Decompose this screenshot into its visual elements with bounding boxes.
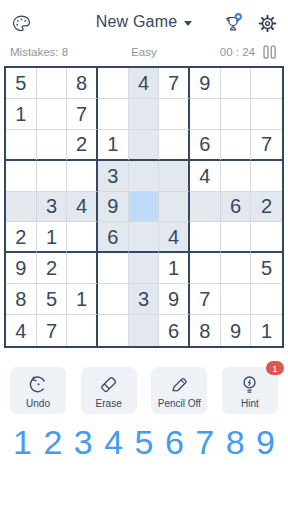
- cell-r4c7[interactable]: 4: [190, 161, 221, 192]
- cell-r8c1[interactable]: 8: [6, 284, 37, 315]
- cell-r1c1[interactable]: 5: [6, 68, 37, 99]
- cell-r9c5[interactable]: [129, 315, 160, 346]
- cell-r1c8[interactable]: [221, 68, 252, 99]
- cell-r2c2[interactable]: [37, 99, 68, 130]
- cell-r3c7[interactable]: 6: [190, 130, 221, 161]
- cell-r7c8[interactable]: [221, 253, 252, 284]
- header: New Game: [0, 0, 288, 36]
- cell-r4c4[interactable]: 3: [98, 161, 129, 192]
- cell-r8c7[interactable]: 7: [190, 284, 221, 315]
- cell-r1c7[interactable]: 9: [190, 68, 221, 99]
- cell-r4c9[interactable]: [251, 161, 282, 192]
- cell-r5c9[interactable]: 2: [251, 192, 282, 223]
- cell-r7c9[interactable]: 5: [251, 253, 282, 284]
- cell-r2c9[interactable]: [251, 99, 282, 130]
- cell-r8c3[interactable]: 1: [67, 284, 98, 315]
- lightbulb-icon: [238, 373, 261, 396]
- hint-badge: 1: [266, 361, 284, 375]
- numpad-1[interactable]: 1: [13, 425, 32, 459]
- cell-r9c6[interactable]: 6: [159, 315, 190, 346]
- cell-r8c5[interactable]: 3: [129, 284, 160, 315]
- page-title: New Game: [96, 13, 178, 31]
- cell-r6c5[interactable]: [129, 222, 160, 253]
- timer-label: 00 : 24: [220, 46, 255, 58]
- numpad-4[interactable]: 4: [104, 425, 123, 459]
- cell-r7c6[interactable]: 1: [159, 253, 190, 284]
- numpad-5[interactable]: 5: [135, 425, 154, 459]
- cell-r6c8[interactable]: [221, 222, 252, 253]
- cell-r3c6[interactable]: [159, 130, 190, 161]
- cell-r2c3[interactable]: 7: [67, 99, 98, 130]
- cell-r6c4[interactable]: 6: [98, 222, 129, 253]
- cell-r2c6[interactable]: [159, 99, 190, 130]
- pencil-label: Pencil Off: [158, 398, 201, 409]
- cell-r5c4[interactable]: 9: [98, 192, 129, 223]
- cell-r1c2[interactable]: [37, 68, 68, 99]
- cell-r4c5[interactable]: [129, 161, 160, 192]
- cell-r3c2[interactable]: [37, 130, 68, 161]
- erase-label: Erase: [96, 398, 122, 409]
- undo-button[interactable]: Undo: [10, 367, 66, 414]
- erase-button[interactable]: Erase: [81, 367, 137, 414]
- cell-r9c3[interactable]: [67, 315, 98, 346]
- cell-r1c6[interactable]: 7: [159, 68, 190, 99]
- pencil-toggle-button[interactable]: Pencil Off: [151, 367, 207, 414]
- cell-r9c1[interactable]: 4: [6, 315, 37, 346]
- cell-r6c6[interactable]: 4: [159, 222, 190, 253]
- cell-r3c9[interactable]: 7: [251, 130, 282, 161]
- cell-r9c9[interactable]: 1: [251, 315, 282, 346]
- cell-r7c3[interactable]: [67, 253, 98, 284]
- trophy-icon[interactable]: [222, 12, 244, 34]
- cell-r3c1[interactable]: [6, 130, 37, 161]
- cell-r4c3[interactable]: [67, 161, 98, 192]
- cell-r1c4[interactable]: [98, 68, 129, 99]
- cell-r7c4[interactable]: [98, 253, 129, 284]
- cell-r7c1[interactable]: 9: [6, 253, 37, 284]
- hint-button[interactable]: 1 Hint: [222, 367, 278, 414]
- cell-r2c8[interactable]: [221, 99, 252, 130]
- cell-r4c1[interactable]: [6, 161, 37, 192]
- cell-r9c2[interactable]: 7: [37, 315, 68, 346]
- cell-r5c6[interactable]: [159, 192, 190, 223]
- hint-label: Hint: [241, 398, 259, 409]
- sudoku-board: 58479172167343496221649215851397476891: [4, 66, 284, 348]
- cell-r6c3[interactable]: [67, 222, 98, 253]
- toolbar: Undo Erase Pencil Off 1: [0, 367, 288, 414]
- eraser-icon: [97, 373, 120, 396]
- numpad-2[interactable]: 2: [43, 425, 62, 459]
- cell-r6c7[interactable]: [190, 222, 221, 253]
- cell-r2c1[interactable]: 1: [6, 99, 37, 130]
- pencil-icon: [168, 373, 191, 396]
- undo-icon: [27, 373, 50, 396]
- cell-r4c2[interactable]: [37, 161, 68, 192]
- numpad-7[interactable]: 7: [195, 425, 214, 459]
- palette-icon[interactable]: [10, 12, 32, 34]
- cell-r3c4[interactable]: 1: [98, 130, 129, 161]
- cell-r9c8[interactable]: 9: [221, 315, 252, 346]
- cell-r7c7[interactable]: [190, 253, 221, 284]
- cell-r6c2[interactable]: 1: [37, 222, 68, 253]
- cell-r3c5[interactable]: [129, 130, 160, 161]
- numpad-9[interactable]: 9: [256, 425, 275, 459]
- cell-r3c8[interactable]: [221, 130, 252, 161]
- cell-r4c6[interactable]: [159, 161, 190, 192]
- cell-r8c4[interactable]: [98, 284, 129, 315]
- cell-r8c8[interactable]: [221, 284, 252, 315]
- cell-r7c5[interactable]: [129, 253, 160, 284]
- mistakes-label: Mistakes: 8: [10, 46, 68, 58]
- cell-r5c7[interactable]: [190, 192, 221, 223]
- cell-r1c9[interactable]: [251, 68, 282, 99]
- cell-r1c3[interactable]: 8: [67, 68, 98, 99]
- cell-r2c4[interactable]: [98, 99, 129, 130]
- cell-r2c5[interactable]: [129, 99, 160, 130]
- numpad-3[interactable]: 3: [74, 425, 93, 459]
- cell-r2c7[interactable]: [190, 99, 221, 130]
- cell-r6c9[interactable]: [251, 222, 282, 253]
- cell-r8c9[interactable]: [251, 284, 282, 315]
- cell-r6c1[interactable]: 2: [6, 222, 37, 253]
- cell-r9c4[interactable]: [98, 315, 129, 346]
- numpad-8[interactable]: 8: [226, 425, 245, 459]
- numpad-6[interactable]: 6: [165, 425, 184, 459]
- cell-r3c3[interactable]: 2: [67, 130, 98, 161]
- number-pad: 1 2 3 4 5 6 7 8 9: [0, 425, 288, 459]
- cell-r5c8[interactable]: 6: [221, 192, 252, 223]
- cell-r8c6[interactable]: 9: [159, 284, 190, 315]
- cell-r4c8[interactable]: [221, 161, 252, 192]
- cell-r9c7[interactable]: 8: [190, 315, 221, 346]
- chevron-down-icon: [184, 21, 192, 26]
- cell-r5c5[interactable]: [129, 192, 160, 223]
- pause-icon[interactable]: [261, 43, 278, 61]
- undo-label: Undo: [26, 398, 50, 409]
- cell-r5c2[interactable]: 3: [37, 192, 68, 223]
- difficulty-label: Easy: [131, 46, 157, 58]
- cell-r8c2[interactable]: 5: [37, 284, 68, 315]
- cell-r7c2[interactable]: 2: [37, 253, 68, 284]
- cell-r1c5[interactable]: 4: [129, 68, 160, 99]
- cell-r5c3[interactable]: 4: [67, 192, 98, 223]
- status-bar: Mistakes: 8 Easy 00 : 24: [0, 43, 288, 61]
- settings-gear-icon[interactable]: [256, 12, 278, 34]
- cell-r5c1[interactable]: [6, 192, 37, 223]
